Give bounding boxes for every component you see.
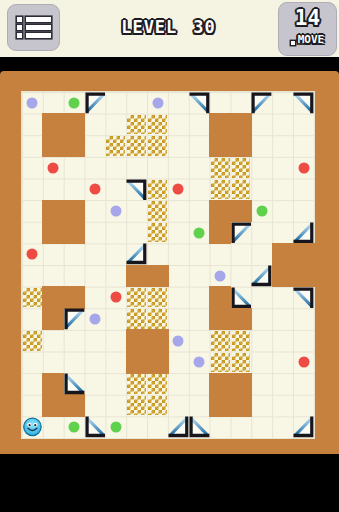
gold-diamond-block	[148, 180, 167, 200]
orange-block	[230, 200, 252, 223]
gold-diamond-block	[127, 309, 146, 329]
gold-diamond-block	[148, 201, 167, 221]
dot-green	[256, 205, 267, 216]
orange-block	[42, 113, 64, 136]
board-field[interactable]	[22, 92, 314, 438]
orange-block	[147, 265, 169, 288]
ramp-top-right	[293, 287, 314, 309]
moves-label: MOVE	[298, 33, 325, 47]
dot-green-cell	[251, 200, 272, 222]
dot-red-cell	[293, 157, 314, 179]
dot-purple	[215, 270, 226, 281]
orange-block	[63, 135, 85, 158]
dot-red-cell	[22, 243, 43, 265]
orange-block	[63, 221, 85, 244]
gold-diamond-block	[211, 353, 230, 373]
orange-block	[230, 113, 252, 136]
dot-red-cell	[168, 179, 189, 201]
dot-purple-cell	[189, 352, 210, 374]
ramp-top-right	[293, 92, 314, 114]
orange-block	[293, 265, 315, 288]
list-menu-icon	[17, 14, 59, 42]
dot-purple-cell	[85, 308, 106, 330]
dot-purple	[173, 335, 184, 346]
dot-green	[69, 422, 80, 433]
gold-diamond-block	[106, 136, 125, 156]
dot-red	[110, 292, 121, 303]
ramp-bottom-right	[293, 416, 314, 438]
dot-red	[89, 184, 100, 195]
gold-diamond-block	[232, 353, 251, 373]
dot-purple-cell	[105, 200, 126, 222]
game-panel	[0, 71, 339, 454]
moves-label-row: MOVE	[279, 33, 336, 47]
gold-diamond-block	[148, 115, 167, 135]
moves-remaining: 14	[279, 5, 336, 31]
gold-diamond-block	[127, 374, 146, 394]
ramp-bottom-right	[126, 243, 147, 265]
ramp-top-left	[251, 92, 272, 114]
dot-purple	[152, 97, 163, 108]
gold-diamond-block	[127, 115, 146, 135]
dot-purple-cell	[210, 265, 231, 287]
gold-diamond-block	[232, 158, 251, 178]
ramp-top-right	[189, 92, 210, 114]
ramp-top-left	[231, 222, 252, 244]
dot-red	[173, 184, 184, 195]
dot-green	[69, 97, 80, 108]
gold-diamond-block	[148, 396, 167, 416]
orange-block	[209, 308, 231, 331]
dot-purple	[194, 357, 205, 368]
top-black-strip	[0, 57, 339, 71]
orange-block	[209, 373, 231, 396]
orange-block	[147, 351, 169, 374]
ramp-bottom-right	[168, 416, 189, 438]
orange-block	[126, 265, 148, 288]
dot-purple	[89, 314, 100, 325]
level-label: LEVEL	[121, 17, 177, 37]
gold-diamond-block	[232, 180, 251, 200]
dot-purple-cell	[22, 92, 43, 114]
ramp-bottom-right	[293, 222, 314, 244]
ramp-top-left	[85, 92, 106, 114]
orange-block	[42, 221, 64, 244]
orange-block	[209, 135, 231, 158]
dot-green-cell	[105, 416, 126, 438]
orange-block	[42, 286, 64, 309]
dot-red	[27, 249, 38, 260]
dot-red	[48, 162, 59, 173]
gold-diamond-block	[23, 288, 42, 308]
gold-diamond-block	[211, 331, 230, 351]
dot-red-cell	[293, 352, 314, 374]
ramp-top-right	[126, 179, 147, 201]
dot-red-cell	[105, 287, 126, 309]
dot-green	[110, 422, 121, 433]
dot-green-cell	[64, 92, 85, 114]
orange-block	[293, 243, 315, 266]
gold-diamond-block	[148, 136, 167, 156]
orange-block	[209, 200, 231, 223]
orange-block	[230, 135, 252, 158]
dot-red	[298, 357, 309, 368]
dot-purple-cell	[147, 92, 168, 114]
dot-red-cell	[85, 179, 106, 201]
level-title: LEVEL30	[60, 17, 277, 37]
gold-diamond-block	[127, 288, 146, 308]
gold-diamond-block	[148, 374, 167, 394]
ramp-top-left	[64, 308, 85, 330]
moves-counter-button[interactable]: 14 MOVE	[278, 2, 337, 56]
ramp-bottom-left	[231, 287, 252, 309]
gold-diamond-block	[211, 180, 230, 200]
orange-block	[42, 200, 64, 223]
orange-block	[63, 200, 85, 223]
dot-red-cell	[43, 157, 64, 179]
ramp-bottom-left	[64, 373, 85, 395]
orange-block	[209, 394, 231, 417]
dot-purple	[110, 205, 121, 216]
gold-diamond-block	[148, 309, 167, 329]
orange-block	[230, 373, 252, 396]
gold-diamond-block	[127, 136, 146, 156]
ramp-bottom-left	[85, 416, 106, 438]
bottom-black-area	[0, 454, 339, 512]
gold-diamond-block	[23, 331, 42, 351]
orange-block	[230, 308, 252, 331]
gold-diamond-block	[232, 331, 251, 351]
orange-block	[209, 286, 231, 309]
gold-diamond-block	[211, 158, 230, 178]
gold-diamond-block	[148, 223, 167, 243]
orange-block	[272, 243, 294, 266]
orange-block	[42, 135, 64, 158]
orange-block	[126, 351, 148, 374]
level-number: 30	[193, 17, 215, 37]
orange-block	[272, 265, 294, 288]
player-slime	[22, 416, 43, 438]
dot-green-cell	[64, 416, 85, 438]
top-bar: LEVEL30 14 MOVE	[0, 0, 339, 57]
dot-purple	[27, 97, 38, 108]
ramp-bottom-right	[251, 265, 272, 287]
orange-block	[147, 329, 169, 352]
ramp-bottom-left	[189, 416, 210, 438]
dot-purple-cell	[168, 330, 189, 352]
game-screen: { "header": { "menu_button": { "icon": "…	[0, 0, 339, 512]
menu-button[interactable]	[7, 4, 60, 51]
orange-block	[42, 373, 64, 396]
orange-block	[126, 329, 148, 352]
orange-block	[42, 308, 64, 331]
orange-block	[63, 394, 85, 417]
move-tick-icon	[291, 41, 295, 45]
orange-block	[209, 221, 231, 244]
gold-diamond-block	[127, 396, 146, 416]
dot-green-cell	[189, 222, 210, 244]
dot-red	[298, 162, 309, 173]
orange-block	[63, 286, 85, 309]
orange-block	[63, 113, 85, 136]
dot-green	[194, 227, 205, 238]
orange-block	[42, 394, 64, 417]
orange-block	[230, 394, 252, 417]
gold-diamond-block	[148, 288, 167, 308]
orange-block	[209, 113, 231, 136]
